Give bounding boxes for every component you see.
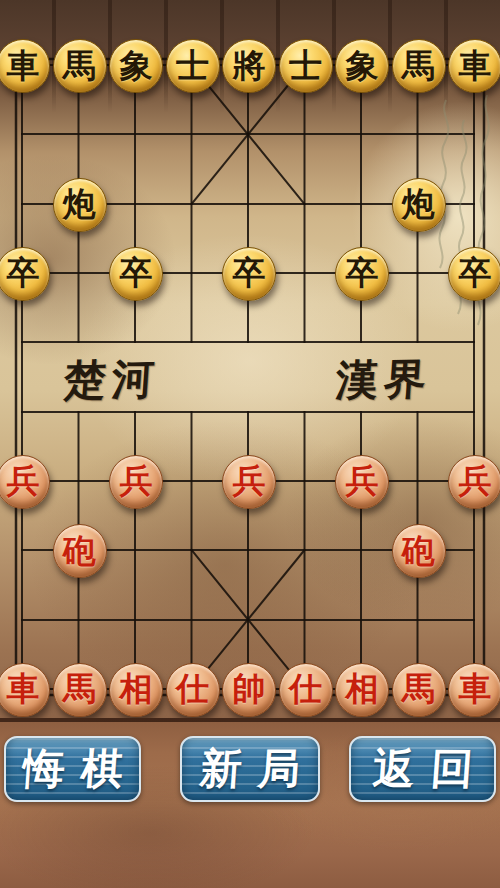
piece-black-chariot[interactable]: 車	[448, 39, 500, 93]
piece-glyph: 馬	[402, 672, 435, 705]
piece-red-general[interactable]: 帥	[222, 663, 276, 717]
piece-glyph: 卒	[7, 256, 40, 289]
piece-red-elephant[interactable]: 相	[109, 663, 163, 717]
piece-glyph: 相	[346, 672, 379, 705]
piece-glyph: 車	[7, 672, 40, 705]
piece-glyph: 車	[7, 49, 40, 82]
piece-red-cannon[interactable]: 砲	[392, 524, 446, 578]
piece-glyph: 車	[459, 49, 492, 82]
piece-glyph: 卒	[346, 256, 379, 289]
piece-glyph: 卒	[120, 256, 153, 289]
piece-red-soldier[interactable]: 兵	[109, 455, 163, 509]
piece-glyph: 砲	[63, 534, 96, 567]
board[interactable]: 楚河 漢界 車馬象士將士象馬車炮炮卒卒卒卒卒兵兵兵兵兵砲砲車馬相仕帥仕相馬車	[0, 0, 500, 722]
piece-glyph: 炮	[63, 187, 96, 220]
piece-glyph: 卒	[233, 256, 266, 289]
piece-glyph: 象	[120, 49, 153, 82]
piece-glyph: 炮	[402, 187, 435, 220]
piece-black-horse[interactable]: 馬	[53, 39, 107, 93]
piece-black-advisor[interactable]: 士	[166, 39, 220, 93]
piece-black-soldier[interactable]: 卒	[109, 247, 163, 301]
xiangqi-app-screen: 楚河 漢界 車馬象士將士象馬車炮炮卒卒卒卒卒兵兵兵兵兵砲砲車馬相仕帥仕相馬車 悔…	[0, 0, 500, 888]
piece-glyph: 士	[176, 49, 209, 82]
piece-glyph: 象	[346, 49, 379, 82]
piece-glyph: 兵	[346, 464, 379, 497]
undo-move-button[interactable]: 悔棋	[4, 736, 141, 802]
piece-red-chariot[interactable]: 車	[448, 663, 500, 717]
piece-glyph: 馬	[63, 672, 96, 705]
piece-glyph: 將	[233, 49, 266, 82]
piece-red-advisor[interactable]: 仕	[166, 663, 220, 717]
piece-glyph: 仕	[176, 672, 209, 705]
piece-black-soldier[interactable]: 卒	[222, 247, 276, 301]
piece-red-elephant[interactable]: 相	[335, 663, 389, 717]
piece-glyph: 卒	[459, 256, 492, 289]
piece-glyph: 相	[120, 672, 153, 705]
piece-glyph: 車	[459, 672, 492, 705]
river-label-han-jie: 漢界	[334, 351, 434, 409]
piece-black-horse[interactable]: 馬	[392, 39, 446, 93]
back-button-label: 返回	[355, 741, 491, 797]
piece-red-horse[interactable]: 馬	[53, 663, 107, 717]
piece-black-cannon[interactable]: 炮	[392, 178, 446, 232]
river-label-chu-he: 楚河	[62, 351, 162, 409]
new-game-button[interactable]: 新局	[180, 736, 320, 802]
piece-glyph: 砲	[402, 534, 435, 567]
piece-red-soldier[interactable]: 兵	[335, 455, 389, 509]
piece-red-advisor[interactable]: 仕	[279, 663, 333, 717]
piece-red-soldier[interactable]: 兵	[222, 455, 276, 509]
piece-red-horse[interactable]: 馬	[392, 663, 446, 717]
piece-glyph: 仕	[289, 672, 322, 705]
piece-glyph: 兵	[7, 464, 40, 497]
undo-move-button-label: 悔棋	[5, 741, 141, 797]
bottom-panel: 悔棋 新局 返回	[0, 718, 500, 888]
piece-glyph: 馬	[402, 49, 435, 82]
piece-red-cannon[interactable]: 砲	[53, 524, 107, 578]
piece-glyph: 兵	[233, 464, 266, 497]
piece-glyph: 兵	[120, 464, 153, 497]
piece-black-elephant[interactable]: 象	[335, 39, 389, 93]
piece-black-elephant[interactable]: 象	[109, 39, 163, 93]
piece-glyph: 馬	[63, 49, 96, 82]
new-game-button-label: 新局	[182, 741, 318, 797]
piece-glyph: 士	[289, 49, 322, 82]
piece-red-soldier[interactable]: 兵	[448, 455, 500, 509]
back-button[interactable]: 返回	[349, 736, 496, 802]
piece-black-soldier[interactable]: 卒	[335, 247, 389, 301]
piece-black-soldier[interactable]: 卒	[448, 247, 500, 301]
piece-glyph: 帥	[233, 672, 266, 705]
piece-black-cannon[interactable]: 炮	[53, 178, 107, 232]
piece-black-advisor[interactable]: 士	[279, 39, 333, 93]
piece-black-general[interactable]: 將	[222, 39, 276, 93]
piece-glyph: 兵	[459, 464, 492, 497]
